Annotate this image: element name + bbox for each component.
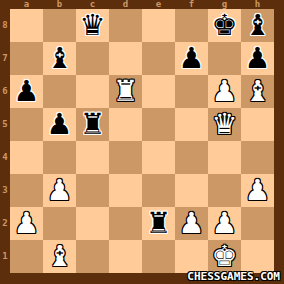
square-b3[interactable]: ♟ — [43, 174, 76, 207]
square-d3[interactable] — [109, 174, 142, 207]
square-f7[interactable]: ♟ — [175, 42, 208, 75]
white-king-g1[interactable]: ♚ — [212, 240, 238, 273]
rank-label-5: 5 — [0, 108, 10, 141]
file-label-e: e — [142, 0, 175, 9]
square-g2[interactable]: ♟ — [208, 207, 241, 240]
black-bishop-h8[interactable]: ♝ — [245, 9, 271, 42]
square-b7[interactable]: ♝ — [43, 42, 76, 75]
file-label-h: h — [241, 0, 274, 9]
white-pawn-b3[interactable]: ♟ — [47, 174, 73, 207]
square-a4[interactable] — [10, 141, 43, 174]
square-d4[interactable] — [109, 141, 142, 174]
square-e6[interactable] — [142, 75, 175, 108]
rank-label-7: 7 — [0, 42, 10, 75]
square-c3[interactable] — [76, 174, 109, 207]
file-label-a: a — [10, 0, 43, 9]
square-a8[interactable] — [10, 9, 43, 42]
black-rook-e2[interactable]: ♜ — [146, 207, 172, 240]
square-d2[interactable] — [109, 207, 142, 240]
square-g5[interactable]: ♛ — [208, 108, 241, 141]
square-f5[interactable] — [175, 108, 208, 141]
file-label-f: f — [175, 0, 208, 9]
rank-label-1: 1 — [0, 240, 10, 273]
rank-label-2: 2 — [0, 207, 10, 240]
square-h8[interactable]: ♝ — [241, 9, 274, 42]
square-d1[interactable] — [109, 240, 142, 273]
square-g4[interactable] — [208, 141, 241, 174]
black-rook-c5[interactable]: ♜ — [80, 108, 106, 141]
square-g3[interactable] — [208, 174, 241, 207]
rank-label-8: 8 — [0, 9, 10, 42]
square-b5[interactable]: ♟ — [43, 108, 76, 141]
square-e3[interactable] — [142, 174, 175, 207]
square-g6[interactable]: ♟ — [208, 75, 241, 108]
square-b2[interactable] — [43, 207, 76, 240]
square-h7[interactable]: ♟ — [241, 42, 274, 75]
square-a6[interactable]: ♟ — [10, 75, 43, 108]
white-pawn-f2[interactable]: ♟ — [179, 207, 205, 240]
square-e7[interactable] — [142, 42, 175, 75]
square-h5[interactable] — [241, 108, 274, 141]
square-c1[interactable] — [76, 240, 109, 273]
white-bishop-h6[interactable]: ♝ — [245, 75, 271, 108]
white-pawn-a2[interactable]: ♟ — [14, 207, 40, 240]
file-label-c: c — [76, 0, 109, 9]
square-b8[interactable] — [43, 9, 76, 42]
square-a1[interactable] — [10, 240, 43, 273]
square-e5[interactable] — [142, 108, 175, 141]
square-d8[interactable] — [109, 9, 142, 42]
rank-label-3: 3 — [0, 174, 10, 207]
black-bishop-b7[interactable]: ♝ — [47, 42, 73, 75]
chessgames-watermark: CHESSGAMES.COM — [187, 271, 280, 283]
square-h3[interactable]: ♟ — [241, 174, 274, 207]
square-f6[interactable] — [175, 75, 208, 108]
square-d6[interactable]: ♜ — [109, 75, 142, 108]
rank-label-6: 6 — [0, 75, 10, 108]
black-king-g8[interactable]: ♚ — [212, 9, 238, 42]
square-c6[interactable] — [76, 75, 109, 108]
square-h2[interactable] — [241, 207, 274, 240]
square-d7[interactable] — [109, 42, 142, 75]
square-c7[interactable] — [76, 42, 109, 75]
square-b6[interactable] — [43, 75, 76, 108]
square-e4[interactable] — [142, 141, 175, 174]
square-c2[interactable] — [76, 207, 109, 240]
black-pawn-a6[interactable]: ♟ — [14, 75, 40, 108]
file-label-g: g — [208, 0, 241, 9]
square-a3[interactable] — [10, 174, 43, 207]
square-c8[interactable]: ♛ — [76, 9, 109, 42]
white-rook-d6[interactable]: ♜ — [113, 75, 139, 108]
square-e2[interactable]: ♜ — [142, 207, 175, 240]
white-pawn-h3[interactable]: ♟ — [245, 174, 271, 207]
square-f1[interactable] — [175, 240, 208, 273]
file-label-b: b — [43, 0, 76, 9]
square-g8[interactable]: ♚ — [208, 9, 241, 42]
square-b1[interactable]: ♝ — [43, 240, 76, 273]
file-label-d: d — [109, 0, 142, 9]
white-queen-g5[interactable]: ♛ — [212, 108, 238, 141]
file-labels: abcdefgh — [10, 0, 274, 9]
square-g7[interactable] — [208, 42, 241, 75]
square-a7[interactable] — [10, 42, 43, 75]
square-f8[interactable] — [175, 9, 208, 42]
white-pawn-g6[interactable]: ♟ — [212, 75, 238, 108]
square-h4[interactable] — [241, 141, 274, 174]
square-d5[interactable] — [109, 108, 142, 141]
square-c5[interactable]: ♜ — [76, 108, 109, 141]
square-e8[interactable] — [142, 9, 175, 42]
black-pawn-b5[interactable]: ♟ — [47, 108, 73, 141]
rank-labels: 87654321 — [0, 9, 10, 273]
square-f3[interactable] — [175, 174, 208, 207]
square-c4[interactable] — [76, 141, 109, 174]
black-pawn-h7[interactable]: ♟ — [245, 42, 271, 75]
black-pawn-f7[interactable]: ♟ — [179, 42, 205, 75]
chess-diagram: abcdefgh 87654321 ♛♚♝♝♟♟♟♜♟♝♟♜♛♟♟♟♜♟♟♝♚ … — [0, 0, 284, 284]
square-h1[interactable] — [241, 240, 274, 273]
square-f4[interactable] — [175, 141, 208, 174]
chess-board: ♛♚♝♝♟♟♟♜♟♝♟♜♛♟♟♟♜♟♟♝♚ — [10, 9, 274, 273]
white-bishop-b1[interactable]: ♝ — [47, 240, 73, 273]
square-a2[interactable]: ♟ — [10, 207, 43, 240]
square-h6[interactable]: ♝ — [241, 75, 274, 108]
black-queen-c8[interactable]: ♛ — [80, 9, 106, 42]
square-a5[interactable] — [10, 108, 43, 141]
square-f2[interactable]: ♟ — [175, 207, 208, 240]
rank-label-4: 4 — [0, 141, 10, 174]
square-e1[interactable] — [142, 240, 175, 273]
white-pawn-g2[interactable]: ♟ — [212, 207, 238, 240]
square-g1[interactable]: ♚ — [208, 240, 241, 273]
square-b4[interactable] — [43, 141, 76, 174]
